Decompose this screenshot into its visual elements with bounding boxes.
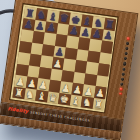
brand-logo: fidelity xyxy=(7,106,28,114)
piece-black-pawn[interactable]: ♟ xyxy=(46,22,57,34)
square-h1[interactable]: ♜ xyxy=(92,97,105,110)
chess-board: ♜♞♝♛♚♝♞♜♟♟♟♟♟♟♟♟♟♟♟♟♟♟♟♟♜♞♝♛♚♝♞♜ xyxy=(10,4,117,112)
status-led xyxy=(119,92,122,95)
function-button[interactable] xyxy=(125,47,129,51)
piece-white-bishop[interactable]: ♝ xyxy=(36,90,47,102)
piece-white-king[interactable]: ♚ xyxy=(59,93,70,105)
piece-white-pawn[interactable]: ♟ xyxy=(52,57,63,69)
function-button[interactable] xyxy=(124,57,128,61)
piece-black-pawn[interactable]: ♟ xyxy=(34,20,45,32)
piece-black-pawn[interactable]: ♟ xyxy=(103,30,114,42)
scene: ♜♞♝♛♚♝♞♜♟♟♟♟♟♟♟♟♟♟♟♟♟♟♟♟♜♞♝♛♚♝♞♜ fidelit… xyxy=(0,0,140,140)
function-button[interactable] xyxy=(126,41,130,45)
piece-black-pawn[interactable]: ♟ xyxy=(91,28,102,40)
piece-white-knight[interactable]: ♞ xyxy=(82,96,93,108)
piece-white-queen[interactable]: ♛ xyxy=(48,92,59,104)
piece-black-queen[interactable]: ♛ xyxy=(59,12,70,24)
piece-black-pawn[interactable]: ♟ xyxy=(69,25,80,37)
piece-white-rook[interactable]: ♜ xyxy=(14,87,25,99)
status-led xyxy=(127,37,130,40)
status-led xyxy=(120,88,123,91)
chess-computer: ♜♞♝♛♚♝♞♜♟♟♟♟♟♟♟♟♟♟♟♟♟♟♟♟♜♞♝♛♚♝♞♜ fidelit… xyxy=(0,0,138,140)
function-button[interactable] xyxy=(123,62,127,66)
piece-white-bishop[interactable]: ♝ xyxy=(70,95,81,107)
piece-black-pawn[interactable]: ♟ xyxy=(80,26,91,38)
function-button[interactable] xyxy=(121,77,125,81)
function-button[interactable] xyxy=(120,83,124,87)
function-button[interactable] xyxy=(121,72,125,76)
piece-white-knight[interactable]: ♞ xyxy=(25,88,36,100)
board-top-face: ♜♞♝♛♚♝♞♜♟♟♟♟♟♟♟♟♟♟♟♟♟♟♟♟♜♞♝♛♚♝♞♜ xyxy=(1,0,139,120)
function-button[interactable] xyxy=(124,52,128,56)
piece-white-rook[interactable]: ♜ xyxy=(93,98,104,110)
function-button[interactable] xyxy=(122,67,126,71)
piece-black-pawn[interactable]: ♟ xyxy=(23,18,34,30)
piece-black-pawn[interactable]: ♟ xyxy=(54,46,65,58)
